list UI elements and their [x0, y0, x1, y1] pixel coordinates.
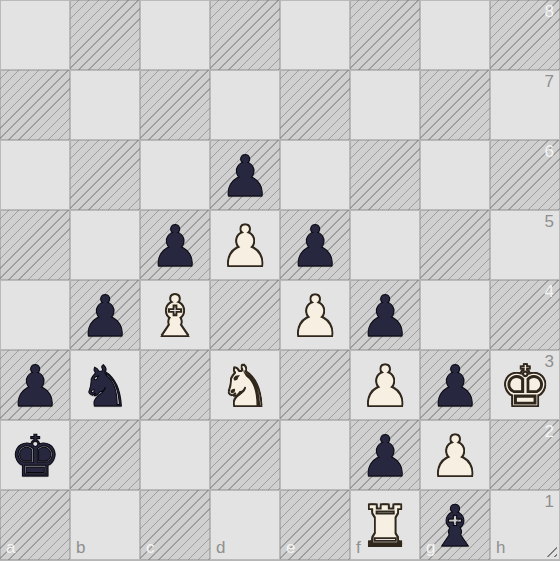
square-c8[interactable]	[140, 0, 210, 70]
piece-black-pawn[interactable]: ♟	[219, 141, 270, 211]
square-h8[interactable]: 8	[490, 0, 560, 70]
square-c7[interactable]	[140, 70, 210, 140]
square-a2[interactable]: ♚	[0, 420, 70, 490]
square-b3[interactable]: ♞	[70, 350, 140, 420]
square-b2[interactable]	[70, 420, 140, 490]
square-c1[interactable]: c	[140, 490, 210, 560]
piece-black-bishop[interactable]: ♝	[429, 491, 480, 561]
square-d2[interactable]	[210, 420, 280, 490]
piece-white-pawn[interactable]: ♟	[289, 281, 340, 351]
file-label-b: b	[76, 538, 85, 558]
square-d5[interactable]: ♟	[210, 210, 280, 280]
square-e1[interactable]: e	[280, 490, 350, 560]
square-e5[interactable]: ♟	[280, 210, 350, 280]
square-g8[interactable]	[420, 0, 490, 70]
rank-label-8: 8	[545, 2, 554, 22]
square-e3[interactable]	[280, 350, 350, 420]
square-b6[interactable]	[70, 140, 140, 210]
piece-black-pawn[interactable]: ♟	[429, 351, 480, 421]
square-g5[interactable]	[420, 210, 490, 280]
square-g3[interactable]: ♟	[420, 350, 490, 420]
square-h3[interactable]: 3♚	[490, 350, 560, 420]
square-h1[interactable]: 1h	[490, 490, 560, 560]
rank-label-4: 4	[545, 282, 554, 302]
piece-white-knight[interactable]: ♞	[219, 351, 270, 421]
square-e8[interactable]	[280, 0, 350, 70]
square-h7[interactable]: 7	[490, 70, 560, 140]
square-c5[interactable]: ♟	[140, 210, 210, 280]
square-d1[interactable]: d	[210, 490, 280, 560]
square-d7[interactable]	[210, 70, 280, 140]
square-g7[interactable]	[420, 70, 490, 140]
square-f4[interactable]: ♟	[350, 280, 420, 350]
square-f7[interactable]	[350, 70, 420, 140]
square-g1[interactable]: g♝	[420, 490, 490, 560]
square-b8[interactable]	[70, 0, 140, 70]
piece-white-pawn[interactable]: ♟	[219, 211, 270, 281]
square-a3[interactable]: ♟	[0, 350, 70, 420]
square-a8[interactable]	[0, 0, 70, 70]
square-f5[interactable]	[350, 210, 420, 280]
piece-black-pawn[interactable]: ♟	[79, 281, 130, 351]
piece-black-pawn[interactable]: ♟	[9, 351, 60, 421]
square-d4[interactable]	[210, 280, 280, 350]
piece-white-pawn[interactable]: ♟	[429, 421, 480, 491]
square-h5[interactable]: 5	[490, 210, 560, 280]
square-a5[interactable]	[0, 210, 70, 280]
piece-white-bishop[interactable]: ♝	[149, 281, 200, 351]
square-a7[interactable]	[0, 70, 70, 140]
square-c3[interactable]	[140, 350, 210, 420]
square-a4[interactable]	[0, 280, 70, 350]
rank-label-2: 2	[545, 422, 554, 442]
rank-label-5: 5	[545, 212, 554, 232]
square-b1[interactable]: b	[70, 490, 140, 560]
square-g2[interactable]: ♟	[420, 420, 490, 490]
square-h6[interactable]: 6	[490, 140, 560, 210]
rank-label-6: 6	[545, 142, 554, 162]
square-h2[interactable]: 2	[490, 420, 560, 490]
square-e7[interactable]	[280, 70, 350, 140]
square-d3[interactable]: ♞	[210, 350, 280, 420]
square-e6[interactable]	[280, 140, 350, 210]
square-e2[interactable]	[280, 420, 350, 490]
square-c4[interactable]: ♝	[140, 280, 210, 350]
square-g4[interactable]	[420, 280, 490, 350]
square-h4[interactable]: 4	[490, 280, 560, 350]
square-c6[interactable]	[140, 140, 210, 210]
rank-label-7: 7	[545, 72, 554, 92]
square-b4[interactable]: ♟	[70, 280, 140, 350]
piece-black-pawn[interactable]: ♟	[359, 421, 410, 491]
piece-black-king[interactable]: ♚	[9, 421, 60, 491]
square-e4[interactable]: ♟	[280, 280, 350, 350]
square-d8[interactable]	[210, 0, 280, 70]
chess-board: 87♟6♟♟♟5♟♝♟♟4♟♞♞♟♟3♚♚♟♟2abcdef♜g♝1h	[0, 0, 560, 561]
rank-label-1: 1	[545, 492, 554, 512]
piece-black-knight[interactable]: ♞	[79, 351, 130, 421]
square-a6[interactable]	[0, 140, 70, 210]
piece-black-pawn[interactable]: ♟	[289, 211, 340, 281]
square-d6[interactable]: ♟	[210, 140, 280, 210]
square-g6[interactable]	[420, 140, 490, 210]
square-f3[interactable]: ♟	[350, 350, 420, 420]
square-c2[interactable]	[140, 420, 210, 490]
file-label-e: e	[286, 538, 295, 558]
square-f1[interactable]: f♜	[350, 490, 420, 560]
piece-black-pawn[interactable]: ♟	[149, 211, 200, 281]
square-f2[interactable]: ♟	[350, 420, 420, 490]
resize-grip-icon[interactable]	[542, 542, 557, 557]
square-b5[interactable]	[70, 210, 140, 280]
file-label-c: c	[146, 538, 155, 558]
file-label-a: a	[6, 538, 15, 558]
square-a1[interactable]: a	[0, 490, 70, 560]
piece-black-pawn[interactable]: ♟	[359, 281, 410, 351]
square-b7[interactable]	[70, 70, 140, 140]
file-label-d: d	[216, 538, 225, 558]
file-label-h: h	[496, 538, 505, 558]
piece-white-pawn[interactable]: ♟	[359, 351, 410, 421]
square-f6[interactable]	[350, 140, 420, 210]
piece-white-rook[interactable]: ♜	[359, 491, 410, 561]
square-f8[interactable]	[350, 0, 420, 70]
piece-white-king[interactable]: ♚	[499, 351, 550, 421]
